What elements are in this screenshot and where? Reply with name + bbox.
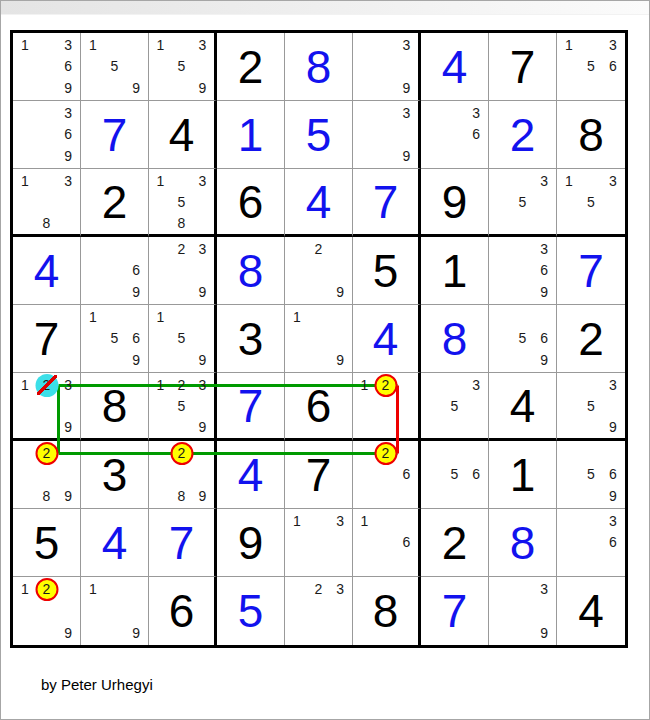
- candidate-5: 5: [104, 328, 126, 350]
- cell-r2c8[interactable]: 2: [489, 101, 557, 169]
- cell-r8c9[interactable]: 36: [557, 509, 625, 577]
- candidate-marks: 56: [421, 441, 488, 508]
- cell-r4c1[interactable]: 4: [13, 237, 81, 305]
- candidate-9: 9: [533, 281, 555, 303]
- candidate-5: 5: [444, 395, 466, 416]
- cell-r9c5[interactable]: 23: [285, 577, 353, 645]
- candidate-marks: 35: [421, 373, 488, 438]
- solved-digit: 5: [238, 588, 264, 634]
- candidate-1: 1: [354, 510, 375, 532]
- cell-r9c7[interactable]: 7: [421, 577, 489, 645]
- candidate-marks: 159: [149, 305, 214, 372]
- candidate-2: 2: [171, 374, 192, 395]
- candidate-2: 2: [375, 374, 396, 395]
- cell-r7c1[interactable]: 289: [13, 441, 81, 509]
- candidate-3: 3: [329, 510, 351, 532]
- candidate-3: 3: [602, 170, 624, 191]
- cell-r6c6[interactable]: 12: [353, 373, 421, 441]
- candidate-9: 9: [192, 485, 213, 507]
- cell-r9c9[interactable]: 4: [557, 577, 625, 645]
- candidate-9: 9: [57, 77, 79, 99]
- cell-r2c1[interactable]: 369: [13, 101, 81, 169]
- cell-r2c7[interactable]: 36: [421, 101, 489, 169]
- cell-r6c8[interactable]: 4: [489, 373, 557, 441]
- cell-r4c7[interactable]: 1: [421, 237, 489, 305]
- cell-r5c5[interactable]: 19: [285, 305, 353, 373]
- window-top-gradient-band: [1, 1, 649, 15]
- given-digit: 9: [238, 520, 264, 566]
- cell-r1c7[interactable]: 4: [421, 33, 489, 101]
- solved-digit: 4: [442, 44, 468, 90]
- cell-r5c9[interactable]: 2: [557, 305, 625, 373]
- candidate-3: 3: [602, 374, 624, 395]
- candidate-6: 6: [533, 260, 555, 282]
- given-digit: 8: [373, 588, 399, 634]
- sudoku-grid: 1369159135928394713563697415393628138213…: [10, 30, 628, 648]
- candidate-6: 6: [57, 124, 79, 146]
- cell-r3c6[interactable]: 7: [353, 169, 421, 237]
- given-digit: 4: [578, 588, 604, 634]
- candidate-9: 9: [329, 281, 351, 303]
- given-digit: 8: [578, 112, 604, 158]
- cell-r1c2[interactable]: 159: [81, 33, 149, 101]
- solved-digit: 7: [442, 588, 468, 634]
- candidate-6: 6: [125, 328, 147, 350]
- given-digit: 1: [442, 248, 468, 294]
- candidate-1: 1: [150, 34, 171, 56]
- candidate-marks: 138: [13, 169, 80, 234]
- candidate-3: 3: [465, 102, 487, 124]
- cell-r2c6[interactable]: 39: [353, 101, 421, 169]
- candidate-9: 9: [57, 485, 79, 507]
- cell-r7c7[interactable]: 56: [421, 441, 489, 509]
- candidate-1: 1: [286, 306, 308, 328]
- candidate-9: 9: [57, 622, 79, 644]
- cell-r5c4[interactable]: 3: [217, 305, 285, 373]
- candidate-5: 5: [171, 395, 192, 416]
- solved-digit: 8: [442, 316, 468, 362]
- candidate-6: 6: [57, 56, 79, 78]
- candidate-marks: 39: [489, 577, 556, 645]
- given-digit: 7: [306, 452, 332, 498]
- candidate-3: 3: [602, 34, 624, 56]
- candidate-marks: 289: [13, 441, 80, 508]
- cell-r6c9[interactable]: 359: [557, 373, 625, 441]
- cell-r3c7[interactable]: 9: [421, 169, 489, 237]
- given-digit: 5: [34, 520, 60, 566]
- candidate-9: 9: [329, 349, 351, 371]
- candidate-9: 9: [533, 622, 555, 644]
- candidate-marks: 12359: [149, 373, 214, 438]
- candidate-3: 3: [396, 34, 417, 56]
- cell-r7c9[interactable]: 569: [557, 441, 625, 509]
- given-digit: 8: [102, 383, 128, 429]
- solved-digit: 8: [306, 44, 332, 90]
- candidate-6: 6: [533, 328, 555, 350]
- candidate-marks: 569: [489, 305, 556, 372]
- cell-r7c8[interactable]: 1: [489, 441, 557, 509]
- candidate-marks: 239: [149, 237, 214, 304]
- candidate-marks: 369: [13, 101, 80, 168]
- cell-r4c4[interactable]: 8: [217, 237, 285, 305]
- solved-digit: 4: [306, 179, 332, 225]
- candidate-6: 6: [396, 532, 417, 554]
- candidate-2: 2: [171, 238, 192, 260]
- cell-r9c6[interactable]: 8: [353, 577, 421, 645]
- cell-r6c2[interactable]: 8: [81, 373, 149, 441]
- candidate-5: 5: [512, 191, 534, 212]
- candidate-9: 9: [192, 281, 213, 303]
- solved-digit: 4: [238, 452, 264, 498]
- cell-r1c1[interactable]: 1369: [13, 33, 81, 101]
- candidate-marks: 369: [489, 237, 556, 304]
- candidate-9: 9: [192, 77, 213, 99]
- candidate-8: 8: [171, 485, 192, 507]
- candidate-6: 6: [465, 124, 487, 146]
- cell-r5c2[interactable]: 1569: [81, 305, 149, 373]
- candidate-marks: 135: [557, 169, 625, 234]
- cell-r9c8[interactable]: 39: [489, 577, 557, 645]
- cell-r2c5[interactable]: 5: [285, 101, 353, 169]
- candidate-2: 2: [36, 442, 58, 464]
- elimination-slash-icon: [37, 375, 57, 395]
- candidate-5: 5: [444, 464, 466, 486]
- candidate-1: 1: [82, 306, 104, 328]
- cell-r1c4[interactable]: 2: [217, 33, 285, 101]
- given-digit: 5: [373, 248, 399, 294]
- given-digit: 6: [306, 383, 332, 429]
- cell-r5c1[interactable]: 7: [13, 305, 81, 373]
- solved-digit: 7: [102, 112, 128, 158]
- cell-r9c1[interactable]: 129: [13, 577, 81, 645]
- candidate-1: 1: [150, 170, 171, 191]
- candidate-9: 9: [125, 77, 147, 99]
- candidate-1: 1: [150, 306, 171, 328]
- candidate-3: 3: [396, 102, 417, 124]
- candidate-marks: 19: [81, 577, 148, 645]
- cell-r7c3[interactable]: 289: [149, 441, 217, 509]
- candidate-3: 3: [57, 102, 79, 124]
- candidate-5: 5: [104, 56, 126, 78]
- candidate-9: 9: [125, 349, 147, 371]
- cell-r1c9[interactable]: 1356: [557, 33, 625, 101]
- cell-r3c1[interactable]: 138: [13, 169, 81, 237]
- given-digit: 6: [238, 179, 264, 225]
- candidate-6: 6: [465, 464, 487, 486]
- candidate-5: 5: [171, 56, 192, 78]
- candidate-6: 6: [602, 464, 624, 486]
- cell-r6c3[interactable]: 12359: [149, 373, 217, 441]
- candidate-1: 1: [14, 374, 36, 395]
- candidate-9: 9: [602, 485, 624, 507]
- candidate-3: 3: [192, 170, 213, 191]
- candidate-3: 3: [57, 170, 79, 191]
- cell-r8c2[interactable]: 4: [81, 509, 149, 577]
- given-digit: 3: [238, 316, 264, 362]
- cell-r6c4[interactable]: 7: [217, 373, 285, 441]
- candidate-marks: 69: [81, 237, 148, 304]
- candidate-marks: 289: [149, 441, 214, 508]
- cell-r4c6[interactable]: 5: [353, 237, 421, 305]
- candidate-marks: 19: [285, 305, 352, 372]
- candidate-9: 9: [125, 281, 147, 303]
- given-digit: 4: [169, 112, 195, 158]
- cell-r9c2[interactable]: 19: [81, 577, 149, 645]
- candidate-3: 3: [192, 34, 213, 56]
- candidate-9: 9: [602, 416, 624, 437]
- solved-digit: 8: [510, 520, 536, 566]
- candidate-marks: 1356: [557, 33, 625, 100]
- candidate-marks: 1359: [149, 33, 214, 100]
- cell-r5c7[interactable]: 8: [421, 305, 489, 373]
- candidate-6: 6: [396, 464, 417, 486]
- candidate-3: 3: [192, 374, 213, 395]
- given-digit: 9: [442, 179, 468, 225]
- candidate-5: 5: [171, 191, 192, 212]
- cell-r4c3[interactable]: 239: [149, 237, 217, 305]
- candidate-1: 1: [558, 34, 580, 56]
- cell-r8c3[interactable]: 7: [149, 509, 217, 577]
- candidate-1: 1: [82, 578, 104, 600]
- cell-r4c2[interactable]: 69: [81, 237, 149, 305]
- cell-r8c6[interactable]: 16: [353, 509, 421, 577]
- candidate-3: 3: [533, 238, 555, 260]
- cell-r8c5[interactable]: 13: [285, 509, 353, 577]
- candidate-1: 1: [14, 34, 36, 56]
- candidate-5: 5: [580, 56, 602, 78]
- candidate-5: 5: [512, 328, 534, 350]
- candidate-3: 3: [533, 578, 555, 600]
- given-digit: 2: [578, 316, 604, 362]
- cell-r8c7[interactable]: 2: [421, 509, 489, 577]
- cell-r5c3[interactable]: 159: [149, 305, 217, 373]
- given-digit: 2: [238, 44, 264, 90]
- cell-r2c2[interactable]: 7: [81, 101, 149, 169]
- candidate-9: 9: [57, 416, 79, 437]
- cell-r7c4[interactable]: 4: [217, 441, 285, 509]
- candidate-6: 6: [602, 532, 624, 554]
- solved-digit: 8: [238, 248, 264, 294]
- candidate-marks: 16: [353, 509, 418, 576]
- candidate-1: 1: [286, 510, 308, 532]
- solved-digit: 7: [169, 520, 195, 566]
- candidate-2: 2: [36, 578, 58, 600]
- candidate-marks: 13: [285, 509, 352, 576]
- candidate-9: 9: [533, 349, 555, 371]
- cell-r3c2[interactable]: 2: [81, 169, 149, 237]
- given-digit: 7: [510, 44, 536, 90]
- candidate-5: 5: [580, 464, 602, 486]
- given-digit: 7: [34, 316, 60, 362]
- candidate-9: 9: [396, 145, 417, 167]
- candidate-3: 3: [57, 34, 79, 56]
- cell-r6c5[interactable]: 6: [285, 373, 353, 441]
- candidate-1: 1: [558, 170, 580, 191]
- cell-r4c8[interactable]: 369: [489, 237, 557, 305]
- candidate-marks: 1369: [13, 33, 80, 100]
- cell-r7c2[interactable]: 3: [81, 441, 149, 509]
- candidate-marks: 12: [353, 373, 418, 438]
- cell-r8c1[interactable]: 5: [13, 509, 81, 577]
- candidate-marks: 129: [13, 577, 80, 645]
- cell-r1c6[interactable]: 39: [353, 33, 421, 101]
- candidate-1: 1: [354, 374, 375, 395]
- solved-digit: 4: [102, 520, 128, 566]
- cell-r3c9[interactable]: 135: [557, 169, 625, 237]
- cell-r3c5[interactable]: 4: [285, 169, 353, 237]
- solved-digit: 7: [578, 248, 604, 294]
- cell-r1c3[interactable]: 1359: [149, 33, 217, 101]
- cell-r3c4[interactable]: 6: [217, 169, 285, 237]
- candidate-8: 8: [36, 485, 58, 507]
- candidate-9: 9: [192, 349, 213, 371]
- cell-r4c5[interactable]: 29: [285, 237, 353, 305]
- cell-r6c7[interactable]: 35: [421, 373, 489, 441]
- candidate-9: 9: [57, 145, 79, 167]
- candidate-marks: 36: [557, 509, 625, 576]
- candidate-8: 8: [171, 212, 192, 233]
- solved-digit: 1: [238, 112, 264, 158]
- candidate-1: 1: [14, 578, 36, 600]
- candidate-2: 2: [308, 578, 330, 600]
- candidate-marks: 36: [421, 101, 488, 168]
- credit-text: by Peter Urhegyi: [41, 676, 153, 693]
- cell-r2c4[interactable]: 1: [217, 101, 285, 169]
- candidate-3: 3: [533, 170, 555, 191]
- given-digit: 1: [510, 452, 536, 498]
- given-digit: 2: [442, 520, 468, 566]
- cell-r5c6[interactable]: 4: [353, 305, 421, 373]
- candidate-9: 9: [125, 622, 147, 644]
- candidate-2: 2: [308, 238, 330, 260]
- candidate-6: 6: [125, 260, 147, 282]
- candidate-9: 9: [192, 416, 213, 437]
- solved-digit: 4: [373, 316, 399, 362]
- cell-r2c3[interactable]: 4: [149, 101, 217, 169]
- cell-r2c9[interactable]: 8: [557, 101, 625, 169]
- app-background: 1369159135928394713563697415393628138213…: [0, 0, 650, 720]
- candidate-marks: 159: [81, 33, 148, 100]
- candidate-5: 5: [580, 191, 602, 212]
- given-digit: 3: [102, 452, 128, 498]
- cell-r7c6[interactable]: 26: [353, 441, 421, 509]
- candidate-marks: 35: [489, 169, 556, 234]
- solved-digit: 7: [373, 179, 399, 225]
- given-digit: 4: [510, 383, 536, 429]
- candidate-1: 1: [82, 34, 104, 56]
- candidate-marks: 569: [557, 441, 625, 508]
- solved-digit: 2: [510, 112, 536, 158]
- cell-r3c3[interactable]: 1358: [149, 169, 217, 237]
- candidate-6: 6: [602, 56, 624, 78]
- cell-r7c5[interactable]: 7: [285, 441, 353, 509]
- candidate-marks: 1569: [81, 305, 148, 372]
- candidate-marks: 29: [285, 237, 352, 304]
- cell-r5c8[interactable]: 569: [489, 305, 557, 373]
- candidate-3: 3: [192, 238, 213, 260]
- cell-r4c9[interactable]: 7: [557, 237, 625, 305]
- candidate-marks: 39: [353, 33, 418, 100]
- candidate-1: 1: [150, 374, 171, 395]
- cell-r1c5[interactable]: 8: [285, 33, 353, 101]
- candidate-marks: 23: [285, 577, 352, 645]
- given-digit: 2: [102, 179, 128, 225]
- cell-r6c1[interactable]: 1239: [13, 373, 81, 441]
- candidate-1: 1: [14, 170, 36, 191]
- candidate-3: 3: [329, 578, 351, 600]
- candidate-2: 2: [171, 442, 192, 464]
- candidate-2: 2: [375, 442, 396, 464]
- candidate-5: 5: [171, 328, 192, 350]
- candidate-3: 3: [465, 374, 487, 395]
- solved-digit: 7: [238, 383, 264, 429]
- candidate-marks: 26: [353, 441, 418, 508]
- cell-r3c8[interactable]: 35: [489, 169, 557, 237]
- candidate-5: 5: [580, 395, 602, 416]
- cell-r9c4[interactable]: 5: [217, 577, 285, 645]
- candidate-3: 3: [57, 374, 79, 395]
- candidate-8: 8: [36, 212, 58, 233]
- candidate-marks: 359: [557, 373, 625, 438]
- cell-r8c8[interactable]: 8: [489, 509, 557, 577]
- given-digit: 6: [169, 588, 195, 634]
- cell-r8c4[interactable]: 9: [217, 509, 285, 577]
- cell-r1c8[interactable]: 7: [489, 33, 557, 101]
- candidate-9: 9: [396, 77, 417, 99]
- candidate-marks: 39: [353, 101, 418, 168]
- candidate-3: 3: [602, 510, 624, 532]
- solved-digit: 5: [306, 112, 332, 158]
- solved-digit: 4: [34, 248, 60, 294]
- candidate-marks: 1358: [149, 169, 214, 234]
- cell-r9c3[interactable]: 6: [149, 577, 217, 645]
